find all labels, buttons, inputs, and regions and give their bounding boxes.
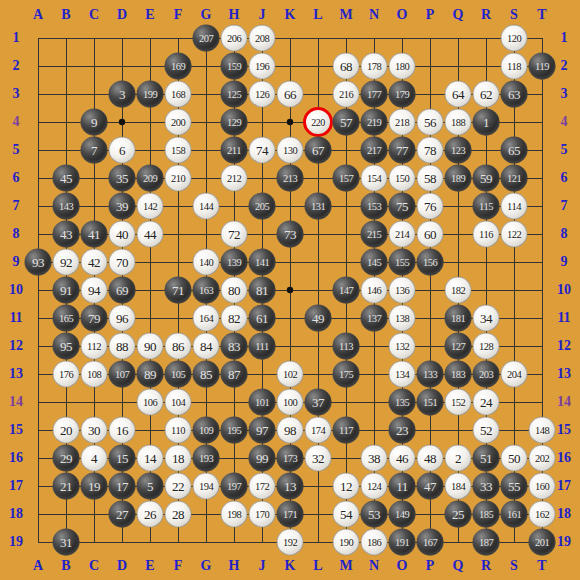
stone-K19: 192 [277, 529, 304, 556]
coord-label: J [259, 8, 266, 22]
stone-B6: 45 [53, 165, 80, 192]
coord-label: 11 [557, 311, 570, 325]
stone-G7: 144 [193, 193, 220, 220]
stone-K8: 73 [277, 221, 304, 248]
stone-S1: 120 [501, 25, 528, 52]
stone-Q14: 152 [445, 389, 472, 416]
coord-label: 17 [9, 479, 23, 493]
stone-B9: 92 [53, 249, 80, 276]
stone-N2: 178 [361, 53, 388, 80]
stone-H11: 82 [221, 305, 248, 332]
stone-B12: 95 [53, 333, 80, 360]
stone-F17: 22 [165, 473, 192, 500]
coord-label: 5 [13, 143, 20, 157]
stone-J3: 126 [249, 81, 276, 108]
coord-label: 12 [557, 339, 571, 353]
stone-N7: 153 [361, 193, 388, 220]
stone-D5: 6 [109, 137, 136, 164]
coord-label: G [201, 8, 212, 22]
star-point [119, 119, 125, 125]
stone-F12: 86 [165, 333, 192, 360]
stone-E8: 44 [137, 221, 164, 248]
stone-J7: 205 [249, 193, 276, 220]
stone-N5: 217 [361, 137, 388, 164]
coord-label: 2 [561, 59, 568, 73]
coord-label: 13 [557, 367, 571, 381]
stone-M19: 190 [333, 529, 360, 556]
stone-R11: 34 [473, 305, 500, 332]
stone-F3: 168 [165, 81, 192, 108]
stone-B17: 21 [53, 473, 80, 500]
stone-O18: 149 [389, 501, 416, 528]
coord-label: L [313, 8, 322, 22]
coord-label: A [33, 8, 43, 22]
stone-C9: 42 [81, 249, 108, 276]
coord-label: 4 [13, 115, 20, 129]
stone-D12: 88 [109, 333, 136, 360]
stone-M12: 113 [333, 333, 360, 360]
stone-S18: 161 [501, 501, 528, 528]
stone-D7: 39 [109, 193, 136, 220]
coord-label: O [397, 8, 408, 22]
stone-Q13: 183 [445, 361, 472, 388]
coord-label: P [426, 8, 435, 22]
stone-C17: 19 [81, 473, 108, 500]
coord-label: K [285, 559, 296, 573]
stone-O11: 138 [389, 305, 416, 332]
stone-C4: 9 [81, 109, 108, 136]
coord-label: 8 [561, 227, 568, 241]
stone-B7: 143 [53, 193, 80, 220]
stone-O14: 135 [389, 389, 416, 416]
stone-S5: 65 [501, 137, 528, 164]
coord-label: 9 [561, 255, 568, 269]
stone-J12: 111 [249, 333, 276, 360]
stone-O4: 218 [389, 109, 416, 136]
stone-Q16: 2 [445, 445, 472, 472]
coord-label: G [201, 559, 212, 573]
stone-M6: 157 [333, 165, 360, 192]
stone-R13: 203 [473, 361, 500, 388]
stone-C8: 41 [81, 221, 108, 248]
stone-M2: 68 [333, 53, 360, 80]
stone-B11: 165 [53, 305, 80, 332]
stone-R4: 1 [473, 109, 500, 136]
coord-label: 6 [13, 171, 20, 185]
stone-P17: 47 [417, 473, 444, 500]
stone-P9: 156 [417, 249, 444, 276]
go-board: AABBCCDDEEFFGGHHJJKKLLMMNNOOPPQQRRSSTT11… [0, 0, 580, 580]
stone-P5: 78 [417, 137, 444, 164]
coord-label: 10 [557, 283, 571, 297]
stone-B16: 29 [53, 445, 80, 472]
stone-O13: 134 [389, 361, 416, 388]
stone-C5: 7 [81, 137, 108, 164]
stone-Q3: 64 [445, 81, 472, 108]
coord-label: E [145, 8, 154, 22]
stone-R3: 62 [473, 81, 500, 108]
stone-P6: 58 [417, 165, 444, 192]
stone-D18: 27 [109, 501, 136, 528]
stone-F2: 169 [165, 53, 192, 80]
stone-Q6: 189 [445, 165, 472, 192]
coord-label: M [339, 8, 352, 22]
stone-Q4: 188 [445, 109, 472, 136]
stone-D10: 69 [109, 277, 136, 304]
stone-S7: 114 [501, 193, 528, 220]
stone-T16: 202 [529, 445, 556, 472]
coord-label: 12 [9, 339, 23, 353]
stone-G10: 163 [193, 277, 220, 304]
stone-D13: 107 [109, 361, 136, 388]
coord-label: 1 [561, 31, 568, 45]
stone-L14: 37 [305, 389, 332, 416]
stone-N17: 124 [361, 473, 388, 500]
stone-L16: 32 [305, 445, 332, 472]
stone-O19: 191 [389, 529, 416, 556]
stone-O7: 75 [389, 193, 416, 220]
coord-label: 19 [557, 535, 571, 549]
stone-K5: 130 [277, 137, 304, 164]
stone-P19: 167 [417, 529, 444, 556]
stone-N4: 219 [361, 109, 388, 136]
stone-R18: 185 [473, 501, 500, 528]
stone-R15: 52 [473, 417, 500, 444]
stone-G11: 164 [193, 305, 220, 332]
coord-label: E [145, 559, 154, 573]
stone-J2: 196 [249, 53, 276, 80]
coord-label: J [259, 559, 266, 573]
stone-N8: 215 [361, 221, 388, 248]
coord-label: D [117, 8, 127, 22]
stone-D11: 96 [109, 305, 136, 332]
coord-label: O [397, 559, 408, 573]
stone-T17: 160 [529, 473, 556, 500]
stone-E3: 199 [137, 81, 164, 108]
stone-P4: 56 [417, 109, 444, 136]
stone-E6: 209 [137, 165, 164, 192]
stone-R19: 187 [473, 529, 500, 556]
stone-M3: 216 [333, 81, 360, 108]
stone-M13: 175 [333, 361, 360, 388]
stone-N3: 177 [361, 81, 388, 108]
stone-B19: 31 [53, 529, 80, 556]
stone-H17: 197 [221, 473, 248, 500]
stone-P16: 48 [417, 445, 444, 472]
stone-S16: 50 [501, 445, 528, 472]
coord-label: 3 [13, 87, 20, 101]
coord-label: 14 [9, 395, 23, 409]
stone-C11: 79 [81, 305, 108, 332]
stone-J10: 81 [249, 277, 276, 304]
stone-J14: 101 [249, 389, 276, 416]
stone-J15: 97 [249, 417, 276, 444]
stone-N16: 38 [361, 445, 388, 472]
coord-label: R [481, 559, 491, 573]
stone-R7: 115 [473, 193, 500, 220]
stone-K18: 171 [277, 501, 304, 528]
coord-label: 3 [561, 87, 568, 101]
stone-C13: 108 [81, 361, 108, 388]
stone-H13: 87 [221, 361, 248, 388]
stone-J16: 99 [249, 445, 276, 472]
stone-K14: 100 [277, 389, 304, 416]
stone-O9: 155 [389, 249, 416, 276]
coord-label: A [33, 559, 43, 573]
stone-K13: 102 [277, 361, 304, 388]
stone-O10: 136 [389, 277, 416, 304]
stone-S8: 122 [501, 221, 528, 248]
stone-B10: 91 [53, 277, 80, 304]
coord-label: 16 [9, 451, 23, 465]
stone-G17: 194 [193, 473, 220, 500]
stone-L4: 220 [303, 107, 333, 137]
stone-O6: 150 [389, 165, 416, 192]
stone-O3: 179 [389, 81, 416, 108]
stone-F16: 18 [165, 445, 192, 472]
stone-B8: 43 [53, 221, 80, 248]
stone-L11: 49 [305, 305, 332, 332]
stone-E14: 106 [137, 389, 164, 416]
stone-O5: 77 [389, 137, 416, 164]
stone-M4: 57 [333, 109, 360, 136]
stone-E16: 14 [137, 445, 164, 472]
stone-H5: 211 [221, 137, 248, 164]
stone-H18: 198 [221, 501, 248, 528]
stone-P14: 151 [417, 389, 444, 416]
coord-label: N [369, 8, 379, 22]
stone-C12: 112 [81, 333, 108, 360]
coord-label: 14 [557, 395, 571, 409]
stone-E12: 90 [137, 333, 164, 360]
stone-N11: 137 [361, 305, 388, 332]
stone-O12: 132 [389, 333, 416, 360]
coord-label: F [174, 8, 183, 22]
coord-label: C [89, 8, 99, 22]
coord-label: 17 [557, 479, 571, 493]
stone-B13: 176 [53, 361, 80, 388]
stone-K17: 13 [277, 473, 304, 500]
coord-label: L [313, 559, 322, 573]
stone-E7: 142 [137, 193, 164, 220]
stone-H4: 129 [221, 109, 248, 136]
stone-D17: 17 [109, 473, 136, 500]
stone-G16: 193 [193, 445, 220, 472]
stone-R12: 128 [473, 333, 500, 360]
stone-A9: 93 [25, 249, 52, 276]
stone-T18: 162 [529, 501, 556, 528]
coord-label: 16 [557, 451, 571, 465]
stone-R8: 116 [473, 221, 500, 248]
stone-L5: 67 [305, 137, 332, 164]
stone-H6: 212 [221, 165, 248, 192]
stone-S17: 55 [501, 473, 528, 500]
coord-label: 6 [561, 171, 568, 185]
stone-K15: 98 [277, 417, 304, 444]
coord-label: 15 [9, 423, 23, 437]
stone-H10: 80 [221, 277, 248, 304]
stone-L7: 131 [305, 193, 332, 220]
coord-label: H [229, 8, 240, 22]
stone-F6: 210 [165, 165, 192, 192]
stone-F5: 158 [165, 137, 192, 164]
stone-M10: 147 [333, 277, 360, 304]
coord-label: 18 [9, 507, 23, 521]
star-point [287, 119, 293, 125]
stone-H8: 72 [221, 221, 248, 248]
coord-label: 15 [557, 423, 571, 437]
stone-N18: 53 [361, 501, 388, 528]
stone-T19: 201 [529, 529, 556, 556]
coord-label: 7 [561, 199, 568, 213]
stone-M18: 54 [333, 501, 360, 528]
stone-O8: 214 [389, 221, 416, 248]
stone-Q12: 127 [445, 333, 472, 360]
stone-E18: 26 [137, 501, 164, 528]
stone-G15: 109 [193, 417, 220, 444]
stone-D8: 40 [109, 221, 136, 248]
stone-C16: 4 [81, 445, 108, 472]
stone-O2: 180 [389, 53, 416, 80]
coord-label: Q [453, 559, 464, 573]
stone-G13: 85 [193, 361, 220, 388]
stone-E17: 5 [137, 473, 164, 500]
stone-D6: 35 [109, 165, 136, 192]
stone-D15: 16 [109, 417, 136, 444]
stone-O16: 46 [389, 445, 416, 472]
stone-J18: 170 [249, 501, 276, 528]
coord-label: 1 [13, 31, 20, 45]
coord-label: 7 [13, 199, 20, 213]
stone-F15: 110 [165, 417, 192, 444]
stone-S13: 204 [501, 361, 528, 388]
stone-O17: 11 [389, 473, 416, 500]
stone-F4: 200 [165, 109, 192, 136]
coord-label: K [285, 8, 296, 22]
coord-label: 11 [9, 311, 22, 325]
coord-label: 4 [561, 115, 568, 129]
coord-label: P [426, 559, 435, 573]
coord-label: D [117, 559, 127, 573]
stone-M17: 12 [333, 473, 360, 500]
stone-R6: 59 [473, 165, 500, 192]
stone-R14: 24 [473, 389, 500, 416]
stone-D16: 15 [109, 445, 136, 472]
stone-J5: 74 [249, 137, 276, 164]
coord-label: B [61, 559, 70, 573]
stone-Q10: 182 [445, 277, 472, 304]
stone-J1: 208 [249, 25, 276, 52]
coord-label: 2 [13, 59, 20, 73]
stone-P7: 76 [417, 193, 444, 220]
stone-N19: 186 [361, 529, 388, 556]
stone-J9: 141 [249, 249, 276, 276]
stone-E13: 89 [137, 361, 164, 388]
coord-label: T [537, 559, 546, 573]
stone-F14: 104 [165, 389, 192, 416]
stone-Q17: 184 [445, 473, 472, 500]
stone-B15: 20 [53, 417, 80, 444]
stone-K3: 66 [277, 81, 304, 108]
stone-K6: 213 [277, 165, 304, 192]
stone-O15: 23 [389, 417, 416, 444]
stone-Q5: 123 [445, 137, 472, 164]
stone-N10: 146 [361, 277, 388, 304]
stone-T15: 148 [529, 417, 556, 444]
stone-G9: 140 [193, 249, 220, 276]
coord-label: B [61, 8, 70, 22]
coord-label: C [89, 559, 99, 573]
stone-N6: 154 [361, 165, 388, 192]
stone-H3: 125 [221, 81, 248, 108]
stone-H2: 159 [221, 53, 248, 80]
stone-J11: 61 [249, 305, 276, 332]
coord-label: 18 [557, 507, 571, 521]
coord-label: 5 [561, 143, 568, 157]
stone-N9: 145 [361, 249, 388, 276]
coord-label: 9 [13, 255, 20, 269]
coord-label: S [510, 8, 518, 22]
stone-S6: 121 [501, 165, 528, 192]
stone-T2: 119 [529, 53, 556, 80]
stone-S3: 63 [501, 81, 528, 108]
coord-label: 10 [9, 283, 23, 297]
stone-R17: 33 [473, 473, 500, 500]
coord-label: 19 [9, 535, 23, 549]
stone-J17: 172 [249, 473, 276, 500]
stone-G1: 207 [193, 25, 220, 52]
coord-label: N [369, 559, 379, 573]
stone-D9: 70 [109, 249, 136, 276]
stone-S2: 118 [501, 53, 528, 80]
stone-H15: 195 [221, 417, 248, 444]
stone-H12: 83 [221, 333, 248, 360]
stone-H9: 139 [221, 249, 248, 276]
coord-label: 8 [13, 227, 20, 241]
coord-label: S [510, 559, 518, 573]
stone-D3: 3 [109, 81, 136, 108]
stone-H1: 206 [221, 25, 248, 52]
stone-C10: 94 [81, 277, 108, 304]
coord-label: T [537, 8, 546, 22]
stone-Q11: 181 [445, 305, 472, 332]
stone-K16: 173 [277, 445, 304, 472]
coord-label: Q [453, 8, 464, 22]
stone-P13: 133 [417, 361, 444, 388]
stone-C15: 30 [81, 417, 108, 444]
stone-F13: 105 [165, 361, 192, 388]
stone-M15: 117 [333, 417, 360, 444]
coord-label: M [339, 559, 352, 573]
coord-label: F [174, 559, 183, 573]
stone-L15: 174 [305, 417, 332, 444]
stone-R16: 51 [473, 445, 500, 472]
coord-label: H [229, 559, 240, 573]
stone-Q18: 25 [445, 501, 472, 528]
stone-G12: 84 [193, 333, 220, 360]
stone-F18: 28 [165, 501, 192, 528]
star-point [287, 287, 293, 293]
coord-label: R [481, 8, 491, 22]
stone-P8: 60 [417, 221, 444, 248]
coord-label: 13 [9, 367, 23, 381]
stone-F10: 71 [165, 277, 192, 304]
